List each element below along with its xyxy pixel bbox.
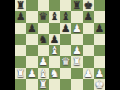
square-h2[interactable]: ♟: [94, 68, 105, 79]
square-h8[interactable]: [94, 0, 105, 11]
white-bishop[interactable]: ♝: [50, 45, 59, 56]
square-e5[interactable]: [60, 34, 71, 45]
white-queen[interactable]: ♛: [61, 56, 70, 67]
square-c4[interactable]: [38, 45, 49, 56]
white-pawn[interactable]: ♟: [38, 56, 47, 67]
square-b3[interactable]: [26, 56, 37, 67]
square-e6[interactable]: ♟: [60, 23, 71, 34]
square-f3[interactable]: ♜: [71, 56, 82, 67]
white-rook[interactable]: ♜: [16, 68, 25, 79]
square-d7[interactable]: ♝: [49, 11, 60, 22]
square-d4[interactable]: ♝: [49, 45, 60, 56]
square-c1[interactable]: ♜: [38, 79, 49, 90]
square-f4[interactable]: ♟: [71, 45, 82, 56]
chessboard: ♜♜♚♟♛♝♝♟♟♟♟♟♞♟♝♟♟♛♜♜♟♝♞♟♟♜♚: [15, 0, 105, 90]
square-f1[interactable]: [71, 79, 82, 90]
square-a3[interactable]: [15, 56, 26, 67]
white-bishop[interactable]: ♝: [38, 68, 47, 79]
square-f5[interactable]: [71, 34, 82, 45]
square-c3[interactable]: ♟: [38, 56, 49, 67]
square-e4[interactable]: [60, 45, 71, 56]
square-c8[interactable]: [38, 0, 49, 11]
black-bishop[interactable]: ♝: [61, 11, 70, 22]
square-h4[interactable]: [94, 45, 105, 56]
black-pawn[interactable]: ♟: [16, 11, 25, 22]
square-e8[interactable]: [60, 0, 71, 11]
white-king[interactable]: ♚: [95, 79, 104, 90]
square-g1[interactable]: [83, 79, 94, 90]
square-b5[interactable]: [26, 34, 37, 45]
square-a7[interactable]: ♟: [15, 11, 26, 22]
square-f6[interactable]: ♟: [71, 23, 82, 34]
square-g8[interactable]: ♚: [83, 0, 94, 11]
square-d5[interactable]: ♟: [49, 34, 60, 45]
square-d8[interactable]: [49, 0, 60, 11]
square-e1[interactable]: [60, 79, 71, 90]
square-b1[interactable]: [26, 79, 37, 90]
square-e7[interactable]: ♝: [60, 11, 71, 22]
black-knight[interactable]: ♞: [38, 34, 47, 45]
black-queen[interactable]: ♛: [38, 11, 47, 22]
square-b6[interactable]: ♟: [26, 23, 37, 34]
black-bishop[interactable]: ♝: [50, 11, 59, 22]
black-pawn[interactable]: ♟: [27, 23, 36, 34]
square-c5[interactable]: ♞: [38, 34, 49, 45]
square-g7[interactable]: ♟: [83, 11, 94, 22]
black-pawn[interactable]: ♟: [95, 23, 104, 34]
square-b7[interactable]: [26, 11, 37, 22]
square-b2[interactable]: ♟: [26, 68, 37, 79]
white-knight[interactable]: ♞: [50, 68, 59, 79]
letterbox-right: [105, 0, 120, 90]
square-f2[interactable]: [71, 68, 82, 79]
square-f7[interactable]: [71, 11, 82, 22]
square-d6[interactable]: [49, 23, 60, 34]
square-a2[interactable]: ♜: [15, 68, 26, 79]
white-pawn[interactable]: ♟: [72, 23, 81, 34]
square-d2[interactable]: ♞: [49, 68, 60, 79]
square-f8[interactable]: ♜: [71, 0, 82, 11]
square-g5[interactable]: [83, 34, 94, 45]
white-pawn[interactable]: ♟: [72, 45, 81, 56]
square-g4[interactable]: [83, 45, 94, 56]
square-c6[interactable]: [38, 23, 49, 34]
letterbox-left: [0, 0, 15, 90]
square-g6[interactable]: [83, 23, 94, 34]
square-a1[interactable]: [15, 79, 26, 90]
white-rook[interactable]: ♜: [38, 79, 47, 90]
square-e3[interactable]: ♛: [60, 56, 71, 67]
black-pawn[interactable]: ♟: [50, 34, 59, 45]
black-pawn[interactable]: ♟: [83, 11, 92, 22]
square-b4[interactable]: [26, 45, 37, 56]
black-pawn[interactable]: ♟: [61, 23, 70, 34]
square-h5[interactable]: [94, 34, 105, 45]
square-d3[interactable]: [49, 56, 60, 67]
square-e2[interactable]: [60, 68, 71, 79]
square-c2[interactable]: ♝: [38, 68, 49, 79]
black-king[interactable]: ♚: [83, 0, 92, 11]
square-h3[interactable]: [94, 56, 105, 67]
square-c7[interactable]: ♛: [38, 11, 49, 22]
square-a5[interactable]: [15, 34, 26, 45]
square-d1[interactable]: [49, 79, 60, 90]
white-pawn[interactable]: ♟: [95, 68, 104, 79]
square-h6[interactable]: ♟: [94, 23, 105, 34]
square-b8[interactable]: [26, 0, 37, 11]
square-g3[interactable]: [83, 56, 94, 67]
square-h1[interactable]: ♚: [94, 79, 105, 90]
black-rook[interactable]: ♜: [16, 0, 25, 11]
white-rook[interactable]: ♜: [72, 56, 81, 67]
square-a6[interactable]: [15, 23, 26, 34]
square-h7[interactable]: [94, 11, 105, 22]
square-a8[interactable]: ♜: [15, 0, 26, 11]
white-pawn[interactable]: ♟: [83, 68, 92, 79]
black-rook[interactable]: ♜: [72, 0, 81, 11]
square-g2[interactable]: ♟: [83, 68, 94, 79]
white-pawn[interactable]: ♟: [27, 68, 36, 79]
square-a4[interactable]: [15, 45, 26, 56]
chess-app-stage: ♜♜♚♟♛♝♝♟♟♟♟♟♞♟♝♟♟♛♜♜♟♝♞♟♟♜♚: [0, 0, 120, 90]
